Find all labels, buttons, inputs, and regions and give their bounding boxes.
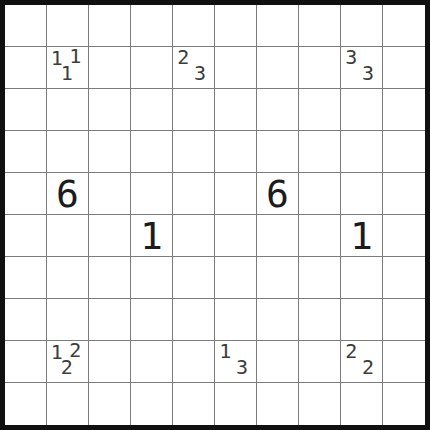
- clue-digit: 1: [61, 63, 73, 83]
- clue-digit: 1: [140, 217, 163, 255]
- clue-digit: 6: [56, 175, 79, 213]
- empty-cell[interactable]: [299, 89, 341, 131]
- empty-cell[interactable]: [215, 257, 257, 299]
- empty-cell[interactable]: [89, 257, 131, 299]
- empty-cell[interactable]: [341, 383, 383, 425]
- empty-cell[interactable]: [5, 299, 47, 341]
- empty-cell[interactable]: [5, 257, 47, 299]
- empty-cell[interactable]: [215, 173, 257, 215]
- empty-cell[interactable]: [89, 215, 131, 257]
- empty-cell[interactable]: [383, 89, 425, 131]
- empty-cell[interactable]: [47, 5, 89, 47]
- empty-cell[interactable]: [257, 383, 299, 425]
- clue-digit: 3: [236, 357, 248, 377]
- empty-cell[interactable]: [5, 47, 47, 89]
- empty-cell[interactable]: [299, 131, 341, 173]
- empty-cell[interactable]: [131, 131, 173, 173]
- empty-cell[interactable]: [299, 383, 341, 425]
- empty-cell[interactable]: [383, 173, 425, 215]
- clue-digit: 2: [345, 341, 357, 361]
- clue-digit: 3: [362, 63, 374, 83]
- empty-cell[interactable]: [173, 5, 215, 47]
- empty-cell[interactable]: [5, 131, 47, 173]
- clue-digit: 6: [266, 175, 289, 213]
- clue-cell: 6: [257, 173, 299, 215]
- empty-cell[interactable]: [47, 383, 89, 425]
- clue-digit: 2: [362, 357, 374, 377]
- clue-digit: 3: [345, 47, 357, 67]
- empty-cell[interactable]: [299, 5, 341, 47]
- empty-cell[interactable]: [173, 257, 215, 299]
- empty-cell[interactable]: [5, 89, 47, 131]
- empty-cell[interactable]: [47, 257, 89, 299]
- empty-cell[interactable]: [131, 173, 173, 215]
- empty-cell[interactable]: [5, 173, 47, 215]
- empty-cell[interactable]: [341, 299, 383, 341]
- empty-cell[interactable]: [383, 5, 425, 47]
- clue-cell: 23: [173, 47, 215, 89]
- tapa-puzzle: 111233366111221322: [0, 0, 430, 430]
- empty-cell[interactable]: [215, 89, 257, 131]
- empty-cell[interactable]: [89, 5, 131, 47]
- empty-cell[interactable]: [299, 341, 341, 383]
- empty-cell[interactable]: [299, 215, 341, 257]
- empty-cell[interactable]: [47, 215, 89, 257]
- empty-cell[interactable]: [383, 47, 425, 89]
- empty-cell[interactable]: [89, 89, 131, 131]
- empty-cell[interactable]: [383, 299, 425, 341]
- empty-cell[interactable]: [215, 5, 257, 47]
- empty-cell[interactable]: [257, 131, 299, 173]
- empty-cell[interactable]: [383, 215, 425, 257]
- empty-cell[interactable]: [341, 5, 383, 47]
- empty-cell[interactable]: [173, 89, 215, 131]
- empty-cell[interactable]: [173, 341, 215, 383]
- empty-cell[interactable]: [47, 131, 89, 173]
- empty-cell[interactable]: [341, 89, 383, 131]
- empty-cell[interactable]: [5, 341, 47, 383]
- empty-cell[interactable]: [341, 173, 383, 215]
- empty-cell[interactable]: [173, 131, 215, 173]
- empty-cell[interactable]: [257, 5, 299, 47]
- empty-cell[interactable]: [89, 131, 131, 173]
- empty-cell[interactable]: [299, 173, 341, 215]
- empty-cell[interactable]: [215, 215, 257, 257]
- empty-cell[interactable]: [257, 89, 299, 131]
- empty-cell[interactable]: [5, 383, 47, 425]
- empty-cell[interactable]: [257, 47, 299, 89]
- empty-cell[interactable]: [131, 257, 173, 299]
- empty-cell[interactable]: [131, 299, 173, 341]
- empty-cell[interactable]: [383, 341, 425, 383]
- empty-cell[interactable]: [5, 215, 47, 257]
- empty-cell[interactable]: [257, 215, 299, 257]
- empty-cell[interactable]: [383, 383, 425, 425]
- empty-cell[interactable]: [383, 131, 425, 173]
- empty-cell[interactable]: [131, 47, 173, 89]
- empty-cell[interactable]: [47, 299, 89, 341]
- empty-cell[interactable]: [89, 299, 131, 341]
- clue-cell: 13: [215, 341, 257, 383]
- empty-cell[interactable]: [299, 299, 341, 341]
- clue-digit: 2: [61, 357, 73, 377]
- empty-cell[interactable]: [299, 47, 341, 89]
- empty-cell[interactable]: [5, 5, 47, 47]
- clue-cell: 6: [47, 173, 89, 215]
- clue-cell: 122: [47, 341, 89, 383]
- empty-cell[interactable]: [257, 341, 299, 383]
- empty-cell[interactable]: [131, 89, 173, 131]
- empty-cell[interactable]: [47, 89, 89, 131]
- clue-cell: 1: [131, 215, 173, 257]
- empty-cell[interactable]: [215, 383, 257, 425]
- empty-cell[interactable]: [257, 257, 299, 299]
- empty-cell[interactable]: [89, 173, 131, 215]
- empty-cell[interactable]: [215, 47, 257, 89]
- empty-cell[interactable]: [173, 173, 215, 215]
- clue-digit: 1: [219, 341, 231, 361]
- clue-cell: 33: [341, 47, 383, 89]
- clue-cell: 22: [341, 341, 383, 383]
- empty-cell[interactable]: [131, 5, 173, 47]
- empty-cell[interactable]: [383, 257, 425, 299]
- tapa-board: 111233366111221322: [0, 0, 430, 430]
- empty-cell[interactable]: [173, 299, 215, 341]
- empty-cell[interactable]: [131, 383, 173, 425]
- empty-cell[interactable]: [299, 257, 341, 299]
- empty-cell[interactable]: [173, 383, 215, 425]
- empty-cell[interactable]: [215, 131, 257, 173]
- empty-cell[interactable]: [215, 299, 257, 341]
- empty-cell[interactable]: [89, 47, 131, 89]
- empty-cell[interactable]: [89, 383, 131, 425]
- empty-cell[interactable]: [257, 299, 299, 341]
- clue-digit: 1: [350, 217, 373, 255]
- empty-cell[interactable]: [89, 341, 131, 383]
- clue-cell: 1: [341, 215, 383, 257]
- clue-digit: 3: [194, 63, 206, 83]
- empty-cell[interactable]: [341, 131, 383, 173]
- clue-cell: 111: [47, 47, 89, 89]
- empty-cell[interactable]: [173, 215, 215, 257]
- empty-cell[interactable]: [341, 257, 383, 299]
- empty-cell[interactable]: [131, 341, 173, 383]
- clue-digit: 2: [177, 47, 189, 67]
